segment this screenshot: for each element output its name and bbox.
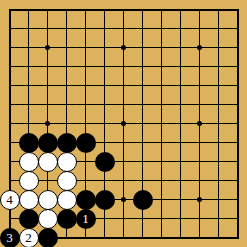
move-number: 3 <box>6 231 13 244</box>
grid-line-vertical <box>123 57 124 76</box>
intersection-d12[interactable] <box>57 19 76 38</box>
intersection-b10[interactable] <box>19 57 38 76</box>
intersection-b6[interactable] <box>19 133 38 152</box>
intersection-l5[interactable] <box>209 152 228 171</box>
intersection-k5[interactable] <box>190 152 209 171</box>
intersection-c1[interactable] <box>38 228 57 247</box>
intersection-c9[interactable] <box>38 76 57 95</box>
intersection-l2[interactable] <box>209 209 228 228</box>
intersection-f3[interactable] <box>95 190 114 209</box>
intersection-i3[interactable] <box>152 190 171 209</box>
intersection-g10[interactable] <box>114 57 133 76</box>
black-stone <box>57 209 77 229</box>
star-point <box>121 197 126 202</box>
intersection-h1[interactable] <box>133 228 152 247</box>
grid-line-vertical <box>180 171 181 190</box>
intersection-a11[interactable] <box>0 38 19 57</box>
white-stone: 4 <box>0 190 20 210</box>
intersection-j2[interactable] <box>171 209 190 228</box>
intersection-l11[interactable] <box>209 38 228 57</box>
intersection-b12[interactable] <box>19 19 38 38</box>
intersection-d1[interactable] <box>57 228 76 247</box>
grid-line-vertical <box>104 95 105 114</box>
intersection-g2[interactable] <box>114 209 133 228</box>
intersection-f10[interactable] <box>95 57 114 76</box>
intersection-i7[interactable] <box>152 114 171 133</box>
intersection-b9[interactable] <box>19 76 38 95</box>
intersection-a12[interactable] <box>0 19 19 38</box>
intersection-d6[interactable] <box>57 133 76 152</box>
intersection-g13[interactable] <box>114 0 133 19</box>
intersection-f6[interactable] <box>95 133 114 152</box>
grid-line-vertical <box>47 9 48 19</box>
intersection-k2[interactable] <box>190 209 209 228</box>
grid-line-vertical <box>199 209 200 228</box>
intersection-a4[interactable] <box>0 171 19 190</box>
grid-line-vertical <box>28 57 29 76</box>
black-stone <box>57 133 77 153</box>
grid-line-vertical <box>199 152 200 171</box>
grid-line-vertical <box>85 19 86 38</box>
grid-line-vertical <box>142 38 143 57</box>
intersection-m9[interactable] <box>228 76 247 95</box>
intersection-l3[interactable] <box>209 190 228 209</box>
intersection-c11[interactable] <box>38 38 57 57</box>
intersection-b4[interactable] <box>19 171 38 190</box>
intersection-k3[interactable] <box>190 190 209 209</box>
grid-line-vertical <box>9 19 11 38</box>
grid-line-vertical <box>123 133 124 152</box>
intersection-a2[interactable] <box>0 209 19 228</box>
intersection-e7[interactable] <box>76 114 95 133</box>
intersection-d11[interactable] <box>57 38 76 57</box>
grid-line-vertical <box>47 57 48 76</box>
grid-line-vertical <box>47 19 48 38</box>
grid-line-vertical <box>237 152 239 171</box>
grid-line-vertical <box>123 95 124 114</box>
grid-line-vertical <box>180 57 181 76</box>
grid-line-vertical <box>85 57 86 76</box>
intersection-d2[interactable] <box>57 209 76 228</box>
intersection-e3[interactable] <box>76 190 95 209</box>
star-point <box>197 45 202 50</box>
intersection-g3[interactable] <box>114 190 133 209</box>
intersection-h5[interactable] <box>133 152 152 171</box>
grid-line-vertical <box>66 76 67 95</box>
grid-line-vertical <box>85 228 86 239</box>
grid-line-vertical <box>66 19 67 38</box>
intersection-e1[interactable] <box>76 228 95 247</box>
intersection-i6[interactable] <box>152 133 171 152</box>
intersection-k11[interactable] <box>190 38 209 57</box>
grid-line-vertical <box>66 114 67 133</box>
grid-line-vertical <box>161 57 162 76</box>
grid-line-vertical <box>9 9 11 19</box>
grid-line-vertical <box>218 190 219 209</box>
intersection-e10[interactable] <box>76 57 95 76</box>
grid-line-vertical <box>199 76 200 95</box>
intersection-j7[interactable] <box>171 114 190 133</box>
intersection-g6[interactable] <box>114 133 133 152</box>
grid-line-vertical <box>161 171 162 190</box>
grid-line-vertical <box>142 57 143 76</box>
grid-line-vertical <box>199 171 200 190</box>
intersection-b11[interactable] <box>19 38 38 57</box>
grid-line-vertical <box>180 38 181 57</box>
intersection-j3[interactable] <box>171 190 190 209</box>
intersection-b8[interactable] <box>19 95 38 114</box>
intersection-b3[interactable] <box>19 190 38 209</box>
intersection-i12[interactable] <box>152 19 171 38</box>
intersection-e6[interactable] <box>76 133 95 152</box>
grid-line-vertical <box>28 114 29 133</box>
grid-line-vertical <box>9 57 11 76</box>
intersection-h4[interactable] <box>133 171 152 190</box>
intersection-k1[interactable] <box>190 228 209 247</box>
intersection-l7[interactable] <box>209 114 228 133</box>
grid-line-vertical <box>180 209 181 228</box>
star-point <box>121 121 126 126</box>
intersection-e9[interactable] <box>76 76 95 95</box>
grid-line-vertical <box>237 9 239 19</box>
intersection-j8[interactable] <box>171 95 190 114</box>
grid-line-vertical <box>218 114 219 133</box>
intersection-c7[interactable] <box>38 114 57 133</box>
grid-line-vertical <box>104 57 105 76</box>
move-number: 1 <box>82 212 89 225</box>
intersection-g12[interactable] <box>114 19 133 38</box>
grid-line-vertical <box>237 133 239 152</box>
intersection-e4[interactable] <box>76 171 95 190</box>
star-point <box>45 121 50 126</box>
intersection-h3[interactable] <box>133 190 152 209</box>
grid-line-vertical <box>199 57 200 76</box>
grid-line-vertical <box>104 209 105 228</box>
grid-line-vertical <box>47 76 48 95</box>
grid-line-vertical <box>237 95 239 114</box>
grid-line-vertical <box>237 57 239 76</box>
intersection-i9[interactable] <box>152 76 171 95</box>
intersection-a5[interactable] <box>0 152 19 171</box>
star-point <box>197 197 202 202</box>
grid-line-vertical <box>237 209 239 228</box>
white-stone <box>57 171 77 191</box>
intersection-h6[interactable] <box>133 133 152 152</box>
intersection-j11[interactable] <box>171 38 190 57</box>
intersection-l9[interactable] <box>209 76 228 95</box>
grid-line-vertical <box>180 95 181 114</box>
intersection-l6[interactable] <box>209 133 228 152</box>
grid-line-vertical <box>9 171 11 190</box>
intersection-k4[interactable] <box>190 171 209 190</box>
black-stone <box>38 228 58 247</box>
grid-line-vertical <box>66 9 67 19</box>
white-stone <box>57 190 77 210</box>
intersection-a10[interactable] <box>0 57 19 76</box>
go-board: 4132 <box>0 0 247 247</box>
intersection-h13[interactable] <box>133 0 152 19</box>
intersection-a1[interactable]: 3 <box>0 228 19 247</box>
intersection-f11[interactable] <box>95 38 114 57</box>
grid-line-vertical <box>180 76 181 95</box>
intersection-g7[interactable] <box>114 114 133 133</box>
intersection-i11[interactable] <box>152 38 171 57</box>
grid-line-vertical <box>161 76 162 95</box>
intersection-j1[interactable] <box>171 228 190 247</box>
grid-line-vertical <box>104 114 105 133</box>
intersection-e13[interactable] <box>76 0 95 19</box>
grid-line-vertical <box>9 76 11 95</box>
intersection-f9[interactable] <box>95 76 114 95</box>
intersection-f2[interactable] <box>95 209 114 228</box>
white-stone: 2 <box>19 228 39 247</box>
grid-line-vertical <box>237 38 239 57</box>
intersection-c13[interactable] <box>38 0 57 19</box>
intersection-m10[interactable] <box>228 57 247 76</box>
intersection-h2[interactable] <box>133 209 152 228</box>
white-stone <box>19 171 39 191</box>
grid-line-vertical <box>66 38 67 57</box>
intersection-j6[interactable] <box>171 133 190 152</box>
black-stone <box>76 190 96 210</box>
black-stone: 1 <box>76 209 96 229</box>
intersection-i2[interactable] <box>152 209 171 228</box>
intersection-b13[interactable] <box>19 0 38 19</box>
intersection-c8[interactable] <box>38 95 57 114</box>
grid-line-vertical <box>199 9 200 19</box>
grid-line-vertical <box>104 9 105 19</box>
grid-line-vertical <box>104 171 105 190</box>
intersection-j4[interactable] <box>171 171 190 190</box>
grid-line-vertical <box>142 152 143 171</box>
grid-line-vertical <box>180 9 181 19</box>
intersection-c6[interactable] <box>38 133 57 152</box>
grid-line-vertical <box>104 38 105 57</box>
grid-line-vertical <box>104 76 105 95</box>
intersection-f5[interactable] <box>95 152 114 171</box>
intersection-m2[interactable] <box>228 209 247 228</box>
grid-line-vertical <box>161 190 162 209</box>
intersection-e8[interactable] <box>76 95 95 114</box>
white-stone <box>38 209 58 229</box>
intersection-d8[interactable] <box>57 95 76 114</box>
intersection-j10[interactable] <box>171 57 190 76</box>
intersection-a8[interactable] <box>0 95 19 114</box>
intersection-f1[interactable] <box>95 228 114 247</box>
intersection-l1[interactable] <box>209 228 228 247</box>
intersection-k9[interactable] <box>190 76 209 95</box>
intersection-k6[interactable] <box>190 133 209 152</box>
black-stone <box>38 133 58 153</box>
grid-line-vertical <box>142 19 143 38</box>
intersection-e2[interactable]: 1 <box>76 209 95 228</box>
intersection-b2[interactable] <box>19 209 38 228</box>
black-stone <box>95 152 115 172</box>
grid-line-vertical <box>123 76 124 95</box>
grid-line-vertical <box>161 133 162 152</box>
grid-line-vertical <box>9 114 11 133</box>
grid-line-vertical <box>123 19 124 38</box>
grid-line-vertical <box>66 95 67 114</box>
intersection-l10[interactable] <box>209 57 228 76</box>
intersection-c5[interactable] <box>38 152 57 171</box>
intersection-c2[interactable] <box>38 209 57 228</box>
intersection-k12[interactable] <box>190 19 209 38</box>
grid-line-vertical <box>9 38 11 57</box>
intersection-m5[interactable] <box>228 152 247 171</box>
intersection-e12[interactable] <box>76 19 95 38</box>
intersection-f4[interactable] <box>95 171 114 190</box>
intersection-i8[interactable] <box>152 95 171 114</box>
intersection-m4[interactable] <box>228 171 247 190</box>
grid-line-vertical <box>142 228 143 239</box>
grid-line-vertical <box>9 152 11 171</box>
intersection-i1[interactable] <box>152 228 171 247</box>
grid-line-vertical <box>28 19 29 38</box>
intersection-l13[interactable] <box>209 0 228 19</box>
intersection-c4[interactable] <box>38 171 57 190</box>
grid-line-vertical <box>180 19 181 38</box>
intersection-f7[interactable] <box>95 114 114 133</box>
intersection-d5[interactable] <box>57 152 76 171</box>
intersection-k10[interactable] <box>190 57 209 76</box>
intersection-d4[interactable] <box>57 171 76 190</box>
intersection-j12[interactable] <box>171 19 190 38</box>
grid-line-vertical <box>218 152 219 171</box>
grid-line-vertical <box>199 95 200 114</box>
grid-line-vertical <box>161 19 162 38</box>
intersection-h11[interactable] <box>133 38 152 57</box>
intersection-m11[interactable] <box>228 38 247 57</box>
intersection-e11[interactable] <box>76 38 95 57</box>
grid-line-vertical <box>161 95 162 114</box>
grid-line-vertical <box>218 171 219 190</box>
intersection-b7[interactable] <box>19 114 38 133</box>
intersection-g1[interactable] <box>114 228 133 247</box>
grid-line-vertical <box>180 190 181 209</box>
white-stone <box>57 152 77 172</box>
white-stone <box>19 152 39 172</box>
intersection-a13[interactable] <box>0 0 19 19</box>
grid-line-vertical <box>218 57 219 76</box>
intersection-g8[interactable] <box>114 95 133 114</box>
intersection-g5[interactable] <box>114 152 133 171</box>
intersection-m12[interactable] <box>228 19 247 38</box>
black-stone <box>95 190 115 210</box>
intersection-b1[interactable]: 2 <box>19 228 38 247</box>
intersection-c10[interactable] <box>38 57 57 76</box>
intersection-l8[interactable] <box>209 95 228 114</box>
intersection-h12[interactable] <box>133 19 152 38</box>
intersection-m6[interactable] <box>228 133 247 152</box>
grid-line-vertical <box>104 133 105 152</box>
star-point <box>197 121 202 126</box>
grid-line-vertical <box>47 95 48 114</box>
intersection-e5[interactable] <box>76 152 95 171</box>
intersection-c3[interactable] <box>38 190 57 209</box>
intersection-l4[interactable] <box>209 171 228 190</box>
intersection-a3[interactable]: 4 <box>0 190 19 209</box>
black-stone <box>19 133 39 153</box>
intersection-c12[interactable] <box>38 19 57 38</box>
grid-line-vertical <box>161 114 162 133</box>
intersection-m13[interactable] <box>228 0 247 19</box>
intersection-h9[interactable] <box>133 76 152 95</box>
grid-line-vertical <box>123 228 124 239</box>
black-stone <box>133 190 153 210</box>
intersection-d13[interactable] <box>57 0 76 19</box>
intersection-a9[interactable] <box>0 76 19 95</box>
intersection-i4[interactable] <box>152 171 171 190</box>
black-stone: 3 <box>0 228 20 247</box>
intersection-h8[interactable] <box>133 95 152 114</box>
grid-line-vertical <box>218 209 219 228</box>
intersection-d3[interactable] <box>57 190 76 209</box>
intersection-k7[interactable] <box>190 114 209 133</box>
intersection-i10[interactable] <box>152 57 171 76</box>
grid-line-vertical <box>218 228 219 239</box>
intersection-a7[interactable] <box>0 114 19 133</box>
grid-line-vertical <box>237 228 239 239</box>
intersection-b5[interactable] <box>19 152 38 171</box>
intersection-j9[interactable] <box>171 76 190 95</box>
intersection-d9[interactable] <box>57 76 76 95</box>
intersection-f13[interactable] <box>95 0 114 19</box>
grid-line-vertical <box>218 133 219 152</box>
grid-line-vertical <box>66 57 67 76</box>
intersection-l12[interactable] <box>209 19 228 38</box>
intersection-j5[interactable] <box>171 152 190 171</box>
intersection-h10[interactable] <box>133 57 152 76</box>
intersection-a6[interactable] <box>0 133 19 152</box>
grid-line-vertical <box>85 95 86 114</box>
grid-line-vertical <box>218 95 219 114</box>
grid-line-vertical <box>123 209 124 228</box>
intersection-d7[interactable] <box>57 114 76 133</box>
intersection-g11[interactable] <box>114 38 133 57</box>
grid-line-vertical <box>66 228 67 239</box>
grid-line-vertical <box>142 76 143 95</box>
intersection-m8[interactable] <box>228 95 247 114</box>
intersection-h7[interactable] <box>133 114 152 133</box>
grid-line-vertical <box>85 171 86 190</box>
intersection-k13[interactable] <box>190 0 209 19</box>
intersection-i5[interactable] <box>152 152 171 171</box>
intersection-g9[interactable] <box>114 76 133 95</box>
intersection-g4[interactable] <box>114 171 133 190</box>
move-number: 2 <box>25 231 32 244</box>
star-point <box>45 45 50 50</box>
intersection-f8[interactable] <box>95 95 114 114</box>
grid-line-vertical <box>142 171 143 190</box>
grid-line-vertical <box>142 9 143 19</box>
grid-line-vertical <box>142 114 143 133</box>
intersection-i13[interactable] <box>152 0 171 19</box>
grid-line-vertical <box>123 9 124 19</box>
intersection-f12[interactable] <box>95 19 114 38</box>
grid-line-vertical <box>237 76 239 95</box>
intersection-m1[interactable] <box>228 228 247 247</box>
black-stone <box>76 133 96 153</box>
grid-line-vertical <box>218 19 219 38</box>
intersection-m3[interactable] <box>228 190 247 209</box>
grid-line-vertical <box>218 38 219 57</box>
grid-line-vertical <box>123 171 124 190</box>
intersection-j13[interactable] <box>171 0 190 19</box>
intersection-m7[interactable] <box>228 114 247 133</box>
intersection-k8[interactable] <box>190 95 209 114</box>
intersection-d10[interactable] <box>57 57 76 76</box>
